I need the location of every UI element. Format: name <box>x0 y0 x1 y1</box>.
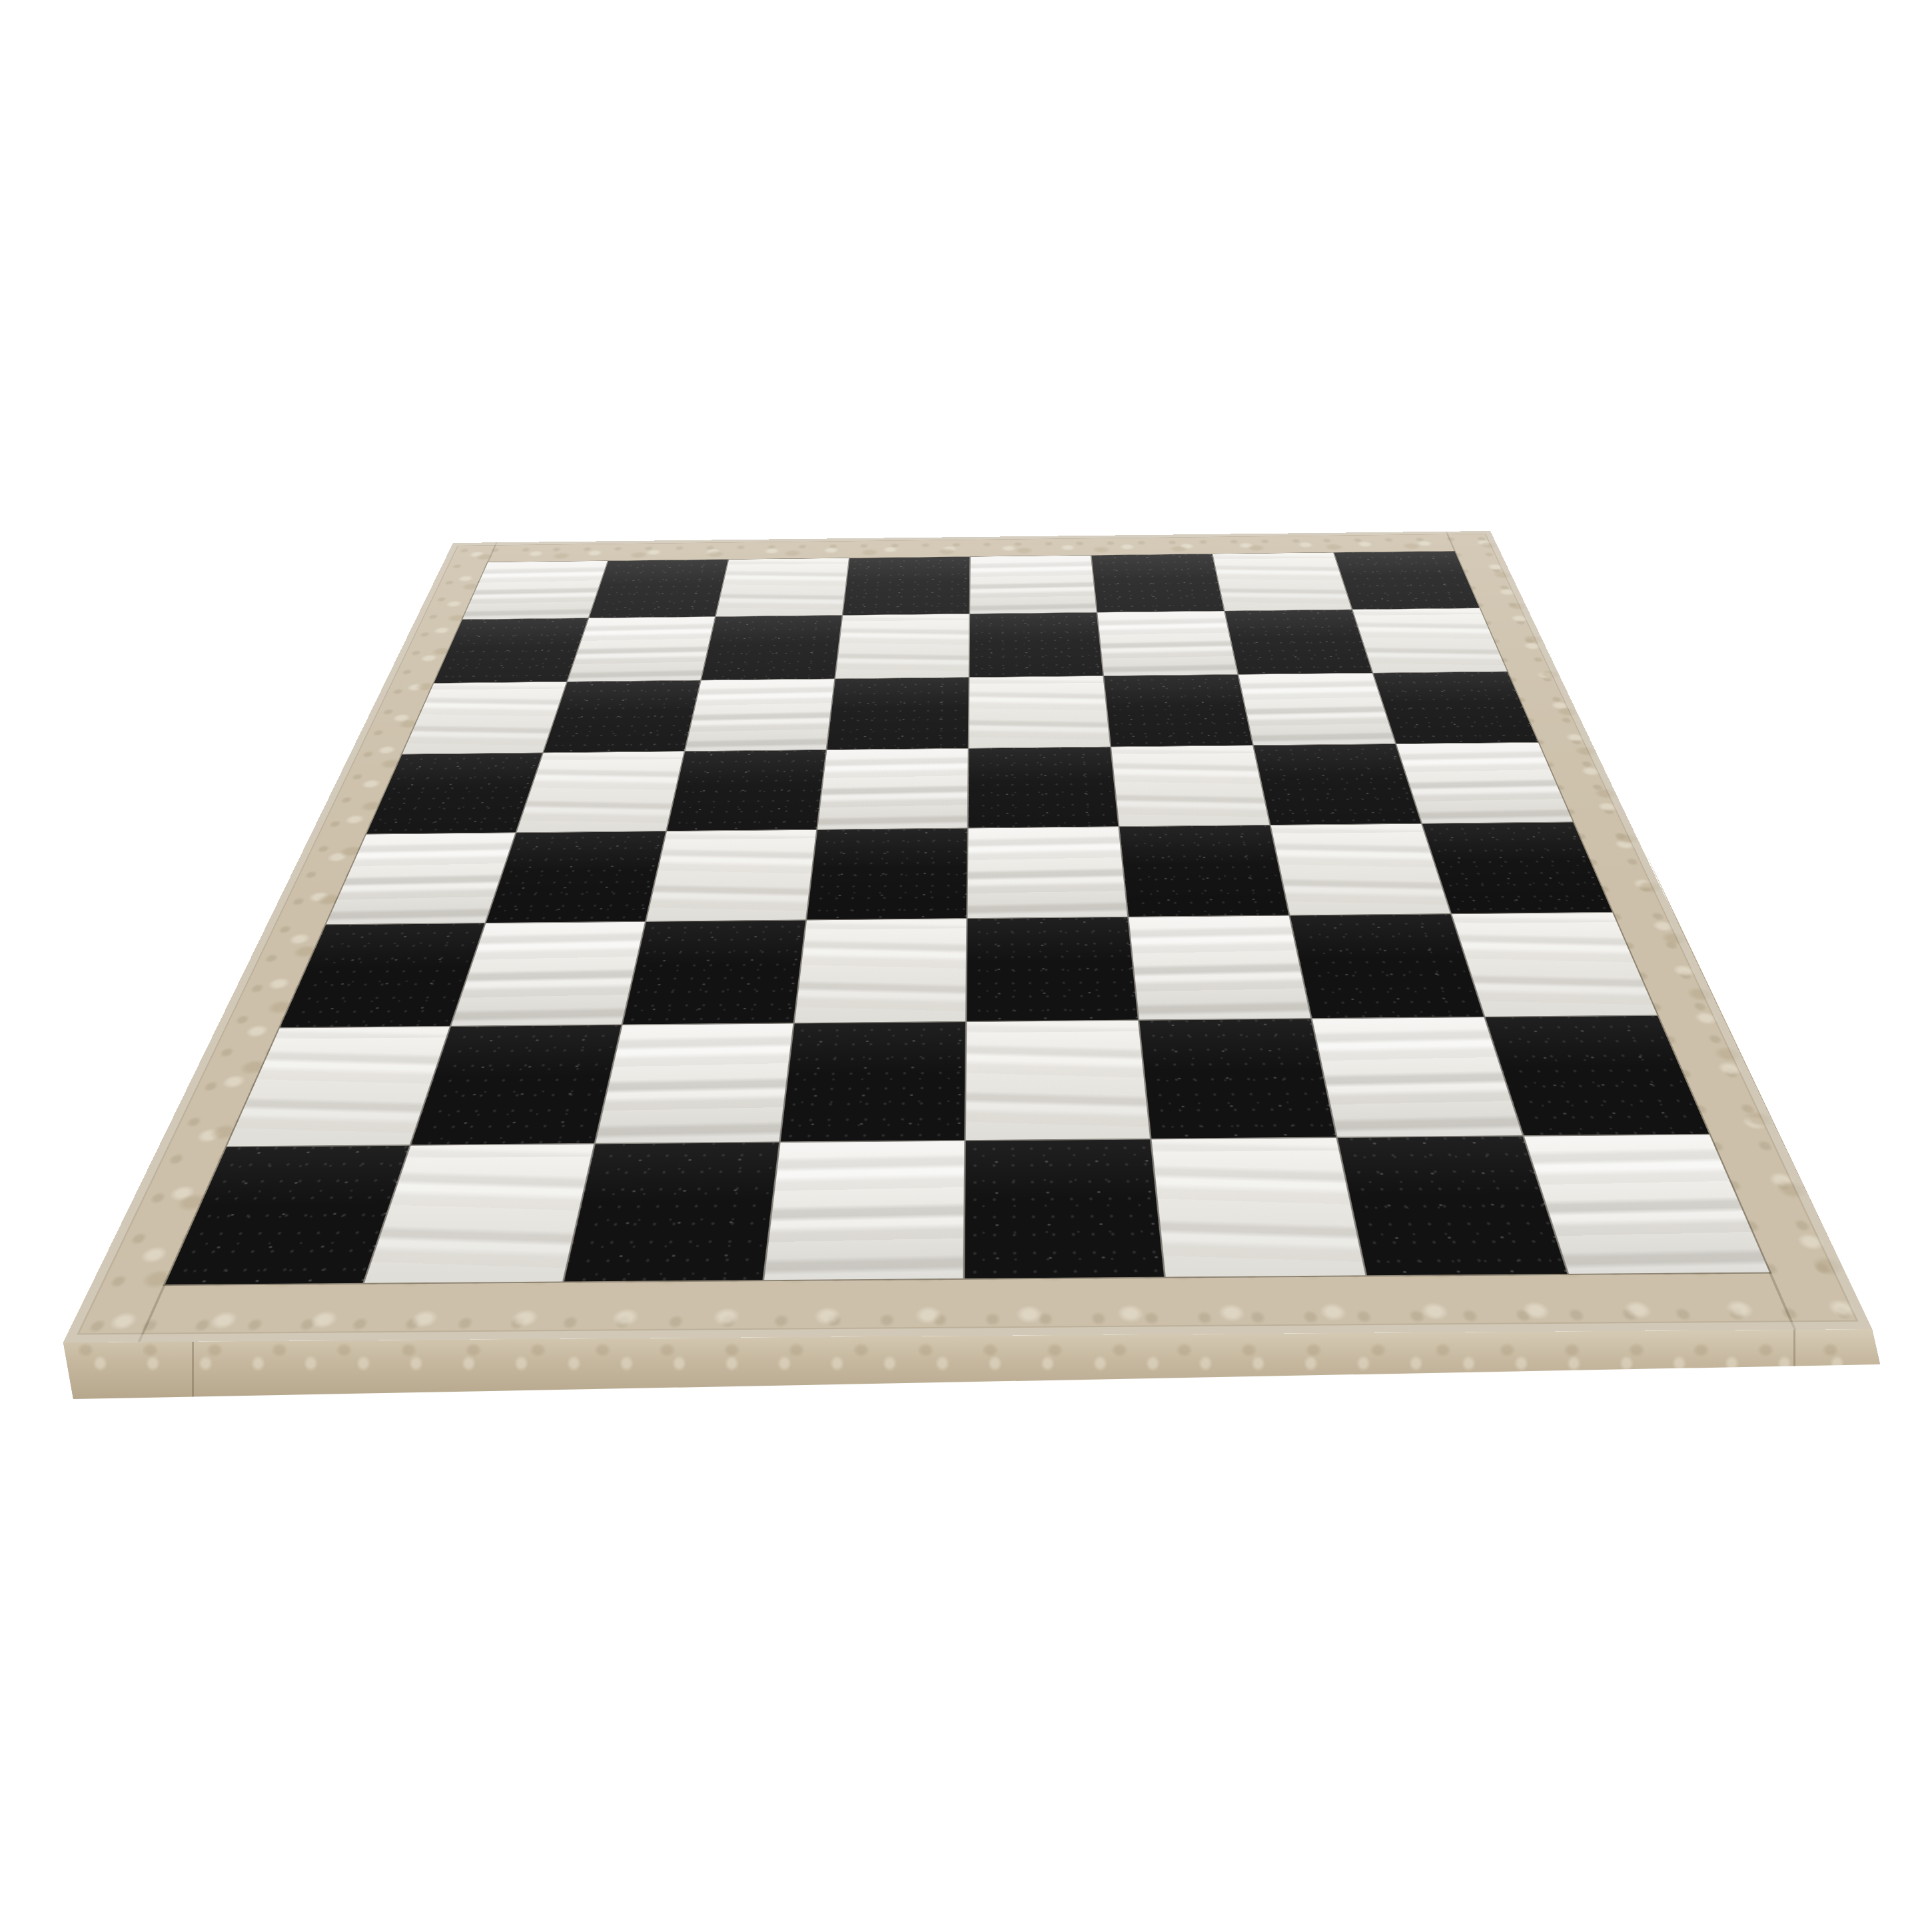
square-h3 <box>1452 913 1657 1017</box>
square-f5 <box>1111 745 1269 826</box>
square-h1 <box>1524 1135 1769 1274</box>
square-c4 <box>646 830 816 921</box>
board-grid <box>165 551 1769 1284</box>
square-h4 <box>1422 822 1612 913</box>
square-e6 <box>969 676 1111 748</box>
square-a3 <box>280 923 484 1027</box>
photo-canvas <box>0 0 1932 1932</box>
square-g5 <box>1254 744 1421 825</box>
square-a7 <box>434 618 588 683</box>
square-f7 <box>1097 611 1237 676</box>
square-c2 <box>596 1024 793 1143</box>
square-b3 <box>451 922 644 1026</box>
square-h5 <box>1396 743 1572 823</box>
square-b7 <box>568 617 715 682</box>
square-f2 <box>1139 1019 1336 1139</box>
square-g3 <box>1290 914 1484 1018</box>
square-h8 <box>1334 551 1480 609</box>
square-f3 <box>1129 916 1310 1020</box>
square-d5 <box>817 749 967 829</box>
square-b5 <box>517 751 684 832</box>
square-c8 <box>716 558 849 616</box>
square-g6 <box>1238 674 1395 745</box>
square-b8 <box>589 560 727 618</box>
square-c3 <box>623 921 805 1025</box>
square-g7 <box>1225 610 1372 674</box>
frame-seam-top-right <box>1446 532 1456 552</box>
square-d4 <box>807 829 967 920</box>
square-e5 <box>969 747 1119 828</box>
square-a6 <box>402 682 566 754</box>
square-h6 <box>1374 672 1538 743</box>
square-d3 <box>795 919 967 1023</box>
square-e1 <box>965 1139 1164 1278</box>
square-e8 <box>970 556 1096 614</box>
square-c5 <box>667 750 825 831</box>
square-d2 <box>781 1022 965 1141</box>
square-f6 <box>1104 675 1252 747</box>
frame-seam-top-left <box>487 542 498 562</box>
square-g4 <box>1271 824 1450 915</box>
square-a5 <box>366 753 542 833</box>
frame-seam-bottom-left <box>138 1284 166 1342</box>
square-d7 <box>835 614 969 679</box>
square-f4 <box>1119 825 1288 917</box>
square-c6 <box>686 679 835 751</box>
square-f1 <box>1152 1138 1366 1276</box>
square-d8 <box>843 557 969 615</box>
square-e7 <box>969 613 1103 678</box>
square-a8 <box>462 561 607 619</box>
square-d1 <box>764 1141 964 1280</box>
square-d6 <box>827 678 968 749</box>
square-c1 <box>564 1143 779 1281</box>
square-e3 <box>967 917 1138 1021</box>
square-f8 <box>1092 554 1224 612</box>
square-b6 <box>544 681 700 753</box>
square-h7 <box>1353 608 1507 673</box>
square-a4 <box>326 833 516 924</box>
frame-seam-bottom-right <box>1769 1272 1797 1330</box>
square-b4 <box>486 831 666 923</box>
square-e4 <box>968 827 1128 918</box>
chessboard-frame <box>63 531 1872 1342</box>
square-c7 <box>702 616 842 680</box>
square-e2 <box>966 1021 1150 1140</box>
square-g8 <box>1213 553 1352 611</box>
square-h2 <box>1486 1016 1709 1135</box>
